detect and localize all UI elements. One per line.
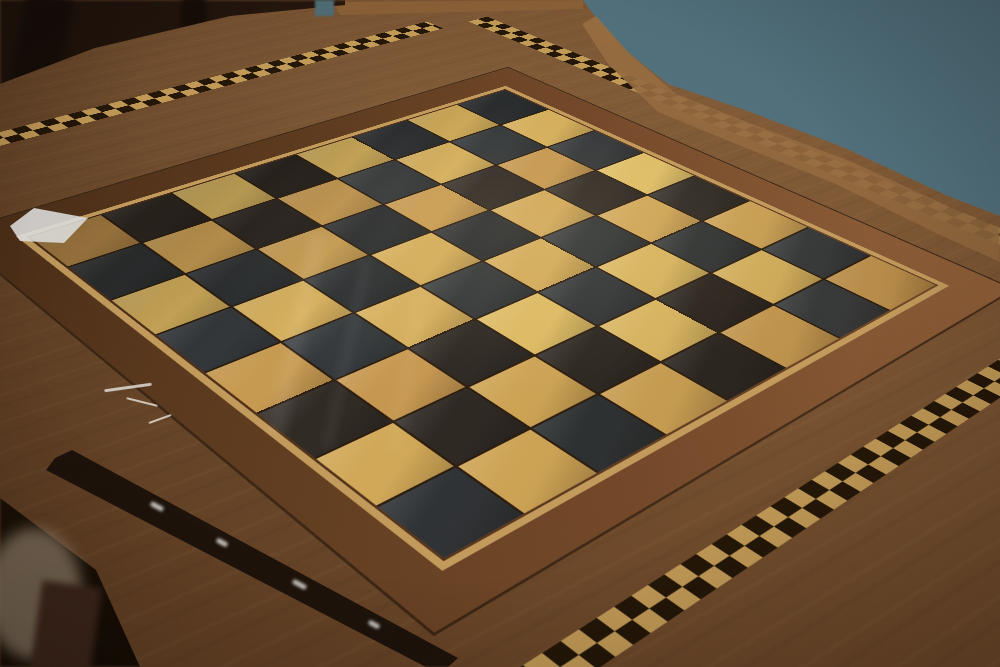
table-leg <box>30 580 102 667</box>
wall-gap-sliver <box>315 0 334 16</box>
photo-scene <box>0 0 1000 667</box>
table-surface <box>0 0 1000 667</box>
